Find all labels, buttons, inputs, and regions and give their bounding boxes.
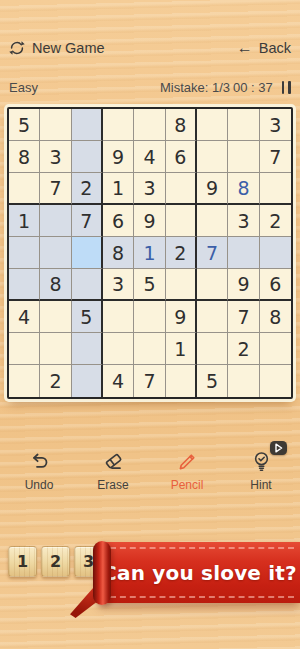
cell-r7c3[interactable]: 5 — [72, 301, 103, 333]
cell-r7c7[interactable] — [197, 301, 228, 333]
toolbar: Undo Erase Pencil — [0, 450, 300, 492]
sudoku-screen: New Game ← Back Easy Mistake: 1/3 00 : 3… — [0, 0, 300, 649]
cell-r7c2[interactable] — [40, 301, 71, 333]
undo-icon — [28, 450, 51, 473]
cell-r4c1[interactable]: 1 — [9, 205, 40, 237]
given-digit: 6 — [269, 273, 281, 295]
cell-r5c8[interactable] — [228, 237, 259, 269]
cell-r6c9[interactable]: 6 — [260, 269, 291, 301]
cell-r2c3[interactable] — [72, 141, 103, 173]
pencil-label: Pencil — [171, 478, 204, 492]
given-digit: 3 — [49, 146, 61, 168]
given-digit: 9 — [237, 273, 249, 295]
given-digit: 1 — [112, 177, 124, 199]
cell-r9c9[interactable] — [260, 365, 291, 397]
cell-r6c8[interactable]: 9 — [228, 269, 259, 301]
cell-r4c8[interactable]: 3 — [228, 205, 259, 237]
cell-r2c6[interactable]: 6 — [166, 141, 197, 173]
given-digit: 9 — [112, 146, 124, 168]
given-digit: 9 — [206, 177, 218, 199]
given-digit: 8 — [49, 273, 61, 295]
cell-r5c7[interactable]: 7 — [197, 237, 228, 269]
new-game-button[interactable]: New Game — [9, 40, 105, 56]
given-digit: 8 — [18, 146, 30, 168]
cell-r6c3[interactable] — [72, 269, 103, 301]
cell-r2c5[interactable]: 4 — [134, 141, 165, 173]
cell-r9c3[interactable] — [72, 365, 103, 397]
cell-r6c6[interactable] — [166, 269, 197, 301]
cell-r9c7[interactable]: 5 — [197, 365, 228, 397]
undo-button[interactable]: Undo — [4, 450, 74, 492]
given-digit: 7 — [237, 306, 249, 328]
user-digit: 1 — [143, 242, 155, 264]
cell-r4c6[interactable] — [166, 205, 197, 237]
cell-r4c3[interactable]: 7 — [72, 205, 103, 237]
cell-r9c5[interactable]: 7 — [134, 365, 165, 397]
cell-r8c3[interactable] — [72, 333, 103, 365]
given-digit: 9 — [143, 210, 155, 232]
given-digit: 3 — [112, 273, 124, 295]
given-digit: 3 — [143, 177, 155, 199]
given-digit: 1 — [18, 210, 30, 232]
cell-r8c2[interactable] — [40, 333, 71, 365]
given-digit: 4 — [143, 146, 155, 168]
ribbon-text: Can you slove it? — [99, 560, 300, 584]
cell-r1c7[interactable] — [197, 109, 228, 141]
given-digit: 2 — [237, 338, 249, 360]
given-digit: 6 — [112, 210, 124, 232]
cell-r8c1[interactable] — [9, 333, 40, 365]
given-digit: 6 — [174, 146, 186, 168]
cell-r7c9[interactable]: 8 — [260, 301, 291, 333]
cell-r8c8[interactable]: 2 — [228, 333, 259, 365]
cell-r6c1[interactable] — [9, 269, 40, 301]
cell-r7c1[interactable]: 4 — [9, 301, 40, 333]
given-digit: 2 — [269, 210, 281, 232]
given-digit: 5 — [80, 306, 92, 328]
new-game-label: New Game — [32, 40, 105, 56]
cell-r2c1[interactable]: 8 — [9, 141, 40, 173]
cell-r3c7[interactable]: 9 — [197, 173, 228, 205]
given-digit: 2 — [174, 242, 186, 264]
pause-button[interactable] — [282, 80, 291, 95]
cell-r1c5[interactable] — [134, 109, 165, 141]
given-digit: 9 — [174, 306, 186, 328]
back-label: Back — [259, 40, 291, 56]
cell-r5c4[interactable]: 8 — [103, 237, 134, 269]
cell-r8c7[interactable] — [197, 333, 228, 365]
cell-r8c4[interactable] — [103, 333, 134, 365]
cell-r3c5[interactable]: 3 — [134, 173, 165, 205]
cell-r7c6[interactable]: 9 — [166, 301, 197, 333]
pencil-button[interactable]: Pencil — [152, 450, 222, 492]
timer: 00 : 37 — [233, 80, 273, 95]
cell-r5c5[interactable]: 1 — [134, 237, 165, 269]
cell-r9c2[interactable]: 2 — [40, 365, 71, 397]
cell-r7c8[interactable]: 7 — [228, 301, 259, 333]
cell-r6c2[interactable]: 8 — [40, 269, 71, 301]
given-digit: 2 — [80, 177, 92, 199]
cell-r7c5[interactable] — [134, 301, 165, 333]
given-digit: 5 — [143, 273, 155, 295]
back-arrow-icon: ← — [237, 40, 253, 56]
given-digit: 8 — [112, 242, 124, 264]
cell-r7c4[interactable] — [103, 301, 134, 333]
ribbon-curl — [93, 541, 111, 605]
given-digit: 3 — [237, 210, 249, 232]
hint-bulb-icon — [250, 450, 273, 473]
cell-r8c6[interactable]: 1 — [166, 333, 197, 365]
cell-r1c4[interactable] — [103, 109, 134, 141]
cell-r5c3[interactable] — [72, 237, 103, 269]
cell-r1c9[interactable]: 3 — [260, 109, 291, 141]
cell-r4c7[interactable] — [197, 205, 228, 237]
pause-icon — [282, 81, 285, 94]
given-digit: 4 — [18, 306, 30, 328]
cell-r4c5[interactable]: 9 — [134, 205, 165, 237]
cell-r1c6[interactable]: 8 — [166, 109, 197, 141]
cell-r8c9[interactable] — [260, 333, 291, 365]
user-digit: 7 — [206, 242, 218, 264]
given-digit: 8 — [174, 114, 186, 136]
cell-r2c7[interactable] — [197, 141, 228, 173]
number-tile-2[interactable]: 2 — [41, 546, 70, 577]
cell-r4c4[interactable]: 6 — [103, 205, 134, 237]
cell-r4c2[interactable] — [40, 205, 71, 237]
sudoku-board: 5838394677213981769328127835964597812247… — [7, 107, 293, 399]
undo-label: Undo — [25, 478, 54, 492]
cell-r6c4[interactable]: 3 — [103, 269, 134, 301]
cell-r1c2[interactable] — [40, 109, 71, 141]
given-digit: 1 — [174, 338, 186, 360]
refresh-icon — [9, 40, 25, 56]
cell-r5c9[interactable] — [260, 237, 291, 269]
cell-r2c8[interactable] — [228, 141, 259, 173]
cell-r5c6[interactable]: 2 — [166, 237, 197, 269]
given-digit: 5 — [206, 370, 218, 392]
given-digit: 2 — [49, 370, 61, 392]
cell-r2c4[interactable]: 9 — [103, 141, 134, 173]
cell-r1c3[interactable] — [72, 109, 103, 141]
cell-r9c1[interactable] — [9, 365, 40, 397]
cell-r8c5[interactable] — [134, 333, 165, 365]
user-digit: 8 — [237, 177, 249, 199]
cell-r3c9[interactable] — [260, 173, 291, 205]
hint-video-badge — [270, 441, 287, 455]
cell-r3c6[interactable] — [166, 173, 197, 205]
given-digit: 4 — [112, 370, 124, 392]
erase-button[interactable]: Erase — [78, 450, 148, 492]
cell-r3c4[interactable]: 1 — [103, 173, 134, 205]
cell-r5c1[interactable] — [9, 237, 40, 269]
given-digit: 8 — [269, 306, 281, 328]
cell-r3c2[interactable]: 7 — [40, 173, 71, 205]
given-digit: 7 — [143, 370, 155, 392]
cell-r9c4[interactable]: 4 — [103, 365, 134, 397]
given-digit: 7 — [49, 177, 61, 199]
cell-r2c2[interactable]: 3 — [40, 141, 71, 173]
cell-r4c9[interactable]: 2 — [260, 205, 291, 237]
promo-ribbon: Can you slove it? — [99, 542, 300, 603]
cell-r1c8[interactable] — [228, 109, 259, 141]
eraser-icon — [102, 450, 125, 473]
cell-r1c1[interactable]: 5 — [9, 109, 40, 141]
back-button[interactable]: ← Back — [237, 40, 291, 56]
given-digit: 5 — [18, 114, 30, 136]
cell-r5c2[interactable] — [40, 237, 71, 269]
hint-label: Hint — [250, 478, 271, 492]
cell-r9c8[interactable] — [228, 365, 259, 397]
pencil-icon — [176, 450, 199, 473]
given-digit: 7 — [80, 210, 92, 232]
cell-r3c3[interactable]: 2 — [72, 173, 103, 205]
cell-r2c9[interactable]: 7 — [260, 141, 291, 173]
given-digit: 7 — [269, 146, 281, 168]
play-icon — [271, 441, 287, 455]
cell-r9c6[interactable] — [166, 365, 197, 397]
mistake-counter: Mistake: 1/3 — [160, 80, 230, 95]
erase-label: Erase — [97, 478, 128, 492]
hint-button[interactable]: Hint — [226, 450, 296, 492]
cell-r6c7[interactable] — [197, 269, 228, 301]
cell-r6c5[interactable]: 5 — [134, 269, 165, 301]
given-digit: 3 — [269, 114, 281, 136]
number-tile-1[interactable]: 1 — [8, 546, 37, 577]
cell-r3c8[interactable]: 8 — [228, 173, 259, 205]
difficulty-label: Easy — [9, 80, 38, 95]
cell-r3c1[interactable] — [9, 173, 40, 205]
